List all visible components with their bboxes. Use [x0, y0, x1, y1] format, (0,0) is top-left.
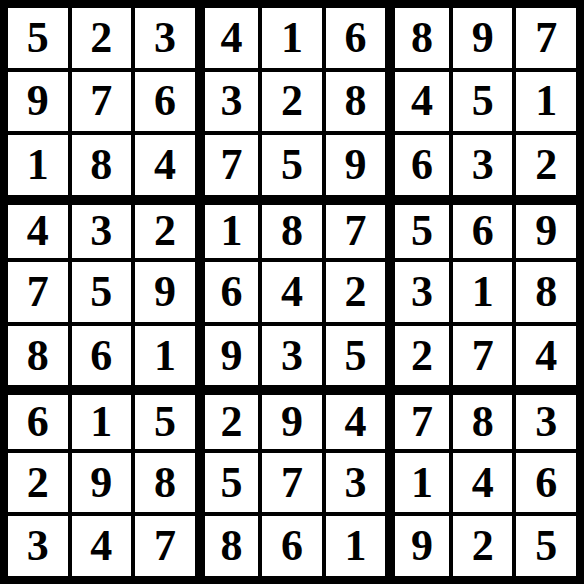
cell-r2c7[interactable]: 4 [389, 72, 449, 132]
cell-r5c7[interactable]: 3 [389, 262, 449, 322]
cell-r4c5[interactable]: 8 [262, 199, 322, 259]
cell-r3c8[interactable]: 3 [453, 135, 513, 195]
cell-r4c2[interactable]: 3 [72, 199, 132, 259]
cell-r4c4[interactable]: 1 [199, 199, 259, 259]
cell-r5c2[interactable]: 5 [72, 262, 132, 322]
cell-r1c9[interactable]: 7 [516, 8, 576, 68]
cell-r6c4[interactable]: 9 [199, 326, 259, 386]
cell-r5c6[interactable]: 2 [326, 262, 386, 322]
cell-r3c3[interactable]: 4 [135, 135, 195, 195]
cell-r6c2[interactable]: 6 [72, 326, 132, 386]
cell-r8c6[interactable]: 3 [326, 453, 386, 513]
cell-r4c1[interactable]: 4 [8, 199, 68, 259]
cell-r1c6[interactable]: 6 [326, 8, 386, 68]
cell-r9c4[interactable]: 8 [199, 516, 259, 576]
cell-r1c2[interactable]: 2 [72, 8, 132, 68]
cell-r8c3[interactable]: 8 [135, 453, 195, 513]
cell-r8c1[interactable]: 2 [8, 453, 68, 513]
cell-r5c1[interactable]: 7 [8, 262, 68, 322]
cell-r3c7[interactable]: 6 [389, 135, 449, 195]
cell-r6c7[interactable]: 2 [389, 326, 449, 386]
cell-r3c6[interactable]: 9 [326, 135, 386, 195]
cell-r9c2[interactable]: 4 [72, 516, 132, 576]
cell-r4c7[interactable]: 5 [389, 199, 449, 259]
cell-r7c2[interactable]: 1 [72, 389, 132, 449]
cell-r8c2[interactable]: 9 [72, 453, 132, 513]
cell-r8c8[interactable]: 4 [453, 453, 513, 513]
cell-r7c4[interactable]: 2 [199, 389, 259, 449]
cell-r9c9[interactable]: 5 [516, 516, 576, 576]
cell-r2c3[interactable]: 6 [135, 72, 195, 132]
cell-r6c6[interactable]: 5 [326, 326, 386, 386]
cell-r9c6[interactable]: 1 [326, 516, 386, 576]
cell-r1c5[interactable]: 1 [262, 8, 322, 68]
cell-r6c1[interactable]: 8 [8, 326, 68, 386]
cell-r7c1[interactable]: 6 [8, 389, 68, 449]
cell-r2c4[interactable]: 3 [199, 72, 259, 132]
cell-r3c4[interactable]: 7 [199, 135, 259, 195]
cell-r1c3[interactable]: 3 [135, 8, 195, 68]
cell-r3c9[interactable]: 2 [516, 135, 576, 195]
cell-r8c9[interactable]: 6 [516, 453, 576, 513]
cell-r3c5[interactable]: 5 [262, 135, 322, 195]
cell-r1c8[interactable]: 9 [453, 8, 513, 68]
cell-r4c6[interactable]: 7 [326, 199, 386, 259]
cell-r7c7[interactable]: 7 [389, 389, 449, 449]
cell-r8c5[interactable]: 7 [262, 453, 322, 513]
cell-r2c8[interactable]: 5 [453, 72, 513, 132]
cell-r9c8[interactable]: 2 [453, 516, 513, 576]
cell-r7c3[interactable]: 5 [135, 389, 195, 449]
cell-r7c5[interactable]: 9 [262, 389, 322, 449]
cell-r8c4[interactable]: 5 [199, 453, 259, 513]
cell-r2c9[interactable]: 1 [516, 72, 576, 132]
cell-r5c4[interactable]: 6 [199, 262, 259, 322]
cell-r7c6[interactable]: 4 [326, 389, 386, 449]
cell-r4c8[interactable]: 6 [453, 199, 513, 259]
cell-r3c1[interactable]: 1 [8, 135, 68, 195]
cell-r3c2[interactable]: 8 [72, 135, 132, 195]
cell-r9c7[interactable]: 9 [389, 516, 449, 576]
cell-r2c1[interactable]: 9 [8, 72, 68, 132]
cell-r2c6[interactable]: 8 [326, 72, 386, 132]
cell-r1c7[interactable]: 8 [389, 8, 449, 68]
cell-r6c5[interactable]: 3 [262, 326, 322, 386]
cell-r7c8[interactable]: 8 [453, 389, 513, 449]
cell-r9c5[interactable]: 6 [262, 516, 322, 576]
cell-r1c4[interactable]: 4 [199, 8, 259, 68]
cell-r2c2[interactable]: 7 [72, 72, 132, 132]
cell-r5c9[interactable]: 8 [516, 262, 576, 322]
sudoku-board: 5234168979763284511847596324321875697596… [0, 0, 584, 584]
cell-r6c8[interactable]: 7 [453, 326, 513, 386]
cell-r7c9[interactable]: 3 [516, 389, 576, 449]
cell-r4c3[interactable]: 2 [135, 199, 195, 259]
cell-r2c5[interactable]: 2 [262, 72, 322, 132]
cell-r8c7[interactable]: 1 [389, 453, 449, 513]
cell-r9c3[interactable]: 7 [135, 516, 195, 576]
cell-r6c3[interactable]: 1 [135, 326, 195, 386]
cell-r5c8[interactable]: 1 [453, 262, 513, 322]
cell-r5c3[interactable]: 9 [135, 262, 195, 322]
cell-r5c5[interactable]: 4 [262, 262, 322, 322]
cell-r6c9[interactable]: 4 [516, 326, 576, 386]
cell-r4c9[interactable]: 9 [516, 199, 576, 259]
cell-r1c1[interactable]: 5 [8, 8, 68, 68]
cell-r9c1[interactable]: 3 [8, 516, 68, 576]
